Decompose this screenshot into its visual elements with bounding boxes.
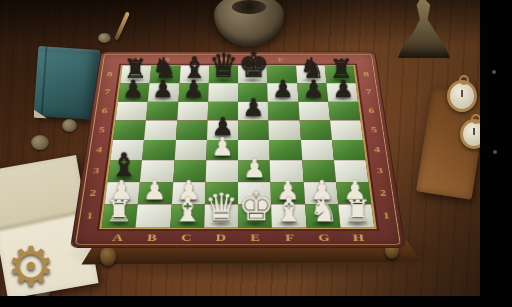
black-piece-glyph: ♟ bbox=[178, 77, 208, 101]
rank-label-8: 8 bbox=[97, 66, 123, 83]
board-grid: ♜♞♝♛♚♞♜♟♟♟♟♟♟♟♟♟♝♟♟♟♟♟♟♟♜♝♛♚♝♞♜ bbox=[102, 66, 375, 228]
piece-wB-c1[interactable]: ♝ bbox=[170, 204, 205, 227]
white-piece-glyph: ♛ bbox=[204, 189, 238, 227]
piece-wP-b2[interactable]: ♟ bbox=[138, 182, 173, 204]
square-h5[interactable] bbox=[330, 120, 363, 140]
file-label-e: E bbox=[238, 228, 273, 247]
square-e5[interactable] bbox=[238, 120, 269, 140]
file-label-c: C bbox=[180, 52, 209, 65]
piece-wR-a1[interactable]: ♜ bbox=[102, 204, 138, 227]
piece-bP-g7[interactable]: ♟ bbox=[297, 83, 328, 101]
coin bbox=[98, 33, 111, 43]
white-piece-glyph: ♜ bbox=[340, 196, 374, 227]
piece-bP-a7[interactable]: ♟ bbox=[118, 83, 150, 101]
rank-label-1: 1 bbox=[74, 204, 104, 227]
piece-bK-e8[interactable]: ♚ bbox=[238, 66, 267, 83]
rank-label-6: 6 bbox=[358, 101, 385, 120]
coin bbox=[62, 119, 77, 132]
white-piece-glyph: ♟ bbox=[206, 134, 238, 160]
piece-wQ-d1[interactable]: ♛ bbox=[204, 204, 238, 227]
piece-bP-e6[interactable]: ♟ bbox=[238, 101, 269, 120]
rank-label-8: 8 bbox=[353, 66, 379, 83]
piece-bQ-d8[interactable]: ♛ bbox=[209, 66, 238, 83]
rank-label-1: 1 bbox=[371, 204, 401, 227]
piece-wP-d4[interactable]: ♟ bbox=[206, 140, 238, 161]
black-piece-glyph: ♟ bbox=[268, 77, 298, 101]
black-piece-glyph: ♟ bbox=[148, 77, 178, 101]
white-piece-glyph: ♟ bbox=[238, 155, 271, 181]
nav-dot[interactable] bbox=[493, 150, 497, 154]
square-g5[interactable] bbox=[299, 120, 332, 140]
square-b4[interactable] bbox=[142, 140, 175, 161]
rank-label-7: 7 bbox=[94, 83, 120, 101]
rank-label-7: 7 bbox=[356, 83, 382, 101]
file-label-d: D bbox=[203, 228, 238, 247]
rank-label-6: 6 bbox=[91, 101, 118, 120]
white-piece-glyph: ♟ bbox=[138, 177, 171, 204]
screen-bottom-bezel bbox=[0, 296, 512, 307]
square-a5[interactable] bbox=[113, 120, 146, 140]
square-c4[interactable] bbox=[174, 140, 207, 161]
piece-bP-b7[interactable]: ♟ bbox=[148, 83, 179, 101]
chess-board: ABCDEFGH ABCDEFGH 87654321 87654321 ♜♞♝♛… bbox=[71, 52, 404, 247]
file-label-a: A bbox=[99, 228, 136, 247]
square-h4[interactable] bbox=[332, 140, 366, 161]
black-piece-glyph: ♟ bbox=[118, 77, 148, 101]
square-b6[interactable] bbox=[146, 101, 178, 120]
white-piece-glyph: ♞ bbox=[306, 194, 340, 227]
piece-bP-h7[interactable]: ♟ bbox=[326, 83, 358, 101]
file-labels-top: ABCDEFGH bbox=[123, 52, 354, 65]
piece-bP-c7[interactable]: ♟ bbox=[178, 83, 209, 101]
file-label-h: H bbox=[340, 228, 377, 247]
file-label-e: E bbox=[238, 52, 267, 65]
square-f5[interactable] bbox=[269, 120, 301, 140]
piece-wP-e3[interactable]: ♟ bbox=[238, 161, 271, 182]
coin bbox=[31, 135, 49, 150]
file-label-c: C bbox=[169, 228, 204, 247]
piece-wR-h1[interactable]: ♜ bbox=[338, 204, 374, 227]
rank-label-5: 5 bbox=[360, 120, 388, 140]
square-a6[interactable] bbox=[116, 101, 148, 120]
chess-app-screen: ABCDEFGH ABCDEFGH 87654321 87654321 ♜♞♝♛… bbox=[0, 0, 512, 307]
file-label-f: F bbox=[272, 228, 307, 247]
white-piece-glyph: ♝ bbox=[170, 193, 204, 227]
stand-claw-foot bbox=[100, 247, 116, 266]
settings-gear-button[interactable]: ⚙ bbox=[2, 238, 60, 296]
square-c5[interactable] bbox=[176, 120, 208, 140]
notebook bbox=[34, 46, 101, 120]
file-labels-bottom: ABCDEFGH bbox=[99, 228, 377, 247]
piece-wB-f1[interactable]: ♝ bbox=[271, 204, 306, 227]
black-piece-glyph: ♟ bbox=[328, 77, 358, 101]
piece-bP-f7[interactable]: ♟ bbox=[267, 83, 298, 101]
square-f4[interactable] bbox=[269, 140, 302, 161]
piece-wK-e1[interactable]: ♚ bbox=[238, 204, 272, 227]
square-h6[interactable] bbox=[328, 101, 360, 120]
square-d3[interactable] bbox=[205, 161, 238, 182]
rank-label-4: 4 bbox=[363, 140, 391, 161]
nav-dot[interactable] bbox=[492, 70, 496, 74]
white-piece-glyph: ♝ bbox=[272, 193, 306, 227]
black-piece-glyph: ♟ bbox=[238, 95, 269, 119]
piece-wN-g1[interactable]: ♞ bbox=[305, 204, 341, 227]
file-label-d: D bbox=[209, 52, 238, 65]
file-label-b: B bbox=[151, 52, 181, 65]
file-label-b: B bbox=[134, 228, 170, 247]
rank-label-5: 5 bbox=[88, 120, 116, 140]
square-b5[interactable] bbox=[144, 120, 177, 140]
file-label-h: H bbox=[323, 52, 353, 65]
square-c6[interactable] bbox=[177, 101, 208, 120]
file-label-g: G bbox=[306, 228, 342, 247]
white-piece-glyph: ♜ bbox=[102, 196, 136, 227]
file-label-a: A bbox=[123, 52, 153, 65]
square-f6[interactable] bbox=[268, 101, 299, 120]
square-d7[interactable] bbox=[208, 83, 238, 101]
square-b1[interactable] bbox=[136, 204, 172, 227]
square-g4[interactable] bbox=[301, 140, 334, 161]
file-label-f: F bbox=[266, 52, 295, 65]
black-piece-glyph: ♟ bbox=[298, 77, 328, 101]
file-label-g: G bbox=[295, 52, 325, 65]
white-piece-glyph: ♚ bbox=[238, 187, 272, 227]
pocket-watch bbox=[447, 80, 477, 112]
gear-icon: ⚙ bbox=[7, 240, 55, 294]
square-g6[interactable] bbox=[298, 101, 330, 120]
